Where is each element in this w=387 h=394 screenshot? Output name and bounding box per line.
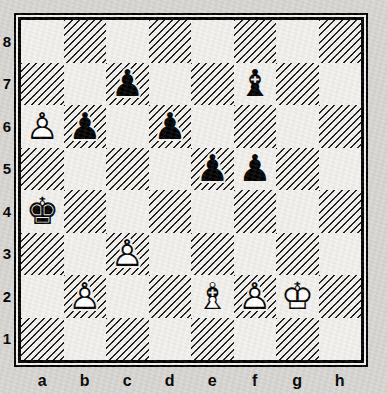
square-d2 [149, 275, 192, 318]
square-c8 [106, 20, 149, 63]
black-pawn-c7: ♟ [106, 63, 149, 106]
black-king-a4: ♚ [21, 190, 64, 233]
square-a8 [21, 20, 64, 63]
square-c1 [106, 318, 149, 361]
square-b1 [64, 318, 107, 361]
square-f2: ♟♙ [234, 275, 277, 318]
square-g5 [276, 148, 319, 191]
rank-label-8: 8 [0, 20, 14, 63]
square-d8 [149, 20, 192, 63]
square-b5 [64, 148, 107, 191]
square-d3 [149, 233, 192, 276]
white-pawn-f2: ♙ [234, 275, 277, 318]
square-e4 [191, 190, 234, 233]
file-labels: abcdefgh [21, 370, 361, 392]
rank-labels: 87654321 [0, 20, 14, 360]
file-label-d: d [149, 370, 192, 392]
file-label-a: a [21, 370, 64, 392]
file-label-b: b [64, 370, 107, 392]
board-border: ♟♟♝♝♟♙♟♟♟♟♟♟♟♟♚♚♟♙♟♙♝♗♟♙♚♔ [18, 17, 364, 363]
square-h4 [319, 190, 362, 233]
square-f3 [234, 233, 277, 276]
square-e2: ♝♗ [191, 275, 234, 318]
rank-label-4: 4 [0, 190, 14, 233]
square-f5: ♟♟ [234, 148, 277, 191]
white-pawn-c3: ♙ [106, 233, 149, 276]
square-g3 [276, 233, 319, 276]
square-c3: ♟♙ [106, 233, 149, 276]
square-b3 [64, 233, 107, 276]
white-bishop-e2: ♗ [191, 275, 234, 318]
square-b8 [64, 20, 107, 63]
file-label-h: h [319, 370, 362, 392]
black-pawn-f5: ♟ [234, 148, 277, 191]
square-d6: ♟♟ [149, 105, 192, 148]
square-e8 [191, 20, 234, 63]
square-b7 [64, 63, 107, 106]
board-grid: ♟♟♝♝♟♙♟♟♟♟♟♟♟♟♚♚♟♙♟♙♝♗♟♙♚♔ [21, 20, 361, 360]
rank-label-6: 6 [0, 105, 14, 148]
white-king-g2: ♔ [276, 275, 319, 318]
square-h7 [319, 63, 362, 106]
square-f4 [234, 190, 277, 233]
rank-label-2: 2 [0, 275, 14, 318]
square-f8 [234, 20, 277, 63]
square-g4 [276, 190, 319, 233]
black-bishop-f7: ♝ [234, 63, 277, 106]
square-e5: ♟♟ [191, 148, 234, 191]
square-e7 [191, 63, 234, 106]
square-e6 [191, 105, 234, 148]
white-pawn-b2: ♙ [64, 275, 107, 318]
square-f7: ♝♝ [234, 63, 277, 106]
white-pawn-a6: ♙ [21, 105, 64, 148]
square-e3 [191, 233, 234, 276]
square-b6: ♟♟ [64, 105, 107, 148]
square-h8 [319, 20, 362, 63]
file-label-f: f [234, 370, 277, 392]
square-a4: ♚♚ [21, 190, 64, 233]
square-f1 [234, 318, 277, 361]
square-c7: ♟♟ [106, 63, 149, 106]
square-h2 [319, 275, 362, 318]
square-b4 [64, 190, 107, 233]
black-pawn-d6: ♟ [149, 105, 192, 148]
square-d4 [149, 190, 192, 233]
square-a3 [21, 233, 64, 276]
file-label-c: c [106, 370, 149, 392]
square-d7 [149, 63, 192, 106]
square-e1 [191, 318, 234, 361]
square-c2 [106, 275, 149, 318]
chess-board: ♟♟♝♝♟♙♟♟♟♟♟♟♟♟♚♚♟♙♟♙♝♗♟♙♚♔ [14, 13, 368, 367]
file-label-g: g [276, 370, 319, 392]
square-g6 [276, 105, 319, 148]
rank-label-3: 3 [0, 233, 14, 276]
square-c6 [106, 105, 149, 148]
square-a5 [21, 148, 64, 191]
square-a1 [21, 318, 64, 361]
square-a7 [21, 63, 64, 106]
square-g1 [276, 318, 319, 361]
rank-label-1: 1 [0, 318, 14, 361]
square-g2: ♚♔ [276, 275, 319, 318]
square-h6 [319, 105, 362, 148]
square-b2: ♟♙ [64, 275, 107, 318]
square-c5 [106, 148, 149, 191]
square-f6 [234, 105, 277, 148]
square-g7 [276, 63, 319, 106]
square-h1 [319, 318, 362, 361]
square-h3 [319, 233, 362, 276]
square-d1 [149, 318, 192, 361]
square-h5 [319, 148, 362, 191]
square-g8 [276, 20, 319, 63]
square-d5 [149, 148, 192, 191]
square-c4 [106, 190, 149, 233]
square-a2 [21, 275, 64, 318]
black-pawn-b6: ♟ [64, 105, 107, 148]
rank-label-5: 5 [0, 148, 14, 191]
rank-label-7: 7 [0, 63, 14, 106]
black-pawn-e5: ♟ [191, 148, 234, 191]
chess-diagram: 87654321 ♟♟♝♝♟♙♟♟♟♟♟♟♟♟♚♚♟♙♟♙♝♗♟♙♚♔ abcd… [0, 0, 387, 394]
file-label-e: e [191, 370, 234, 392]
square-a6: ♟♙ [21, 105, 64, 148]
